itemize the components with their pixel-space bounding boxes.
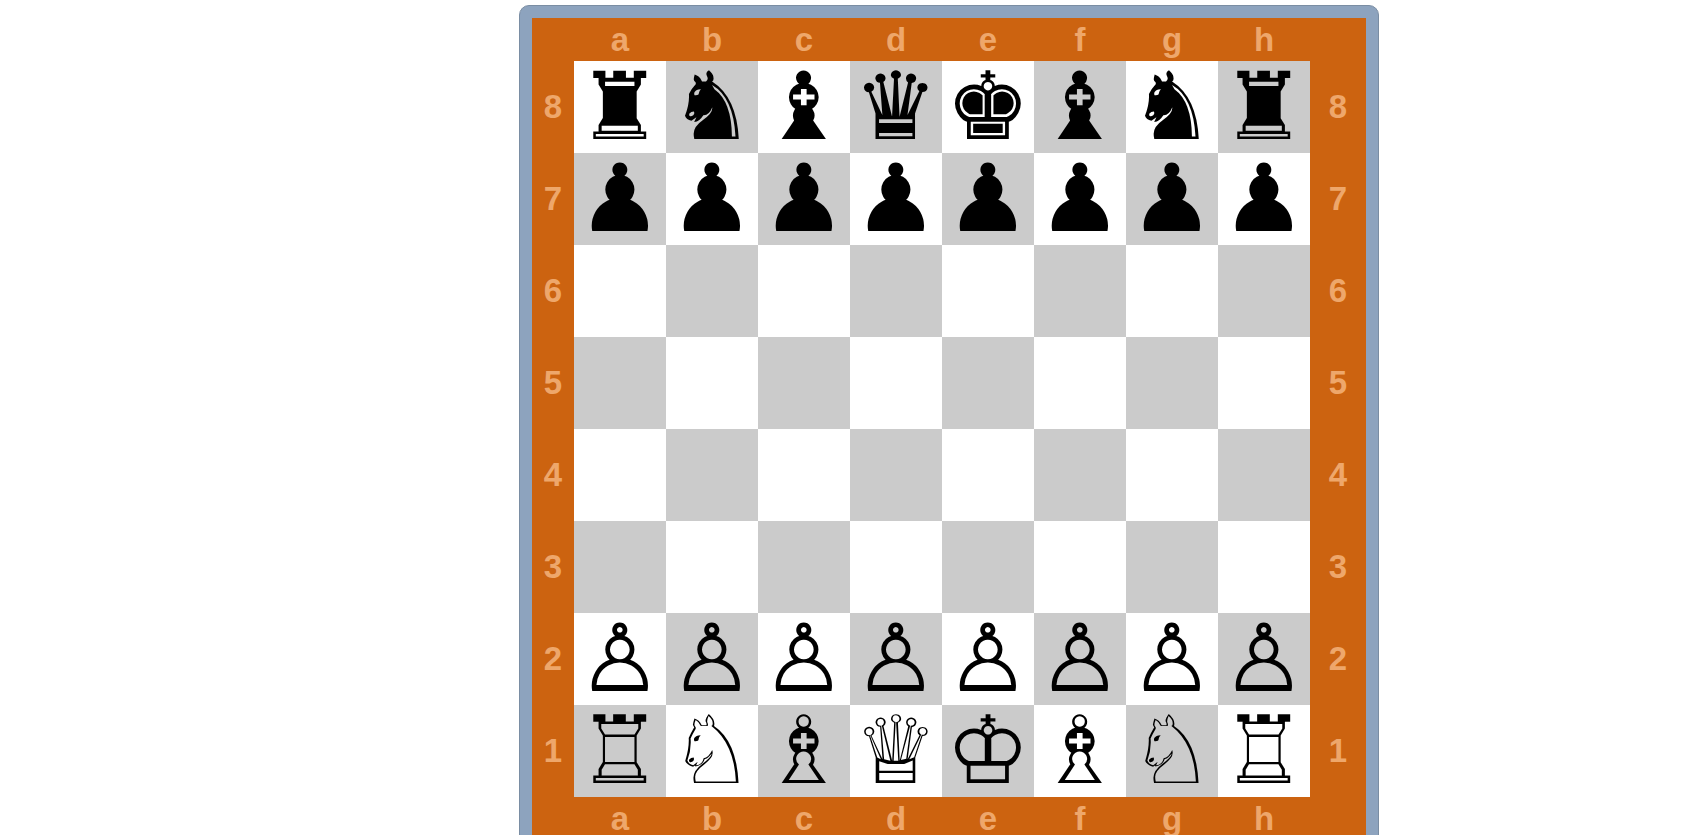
square-h8[interactable]: ♜ — [1218, 61, 1310, 153]
square-d3[interactable] — [850, 521, 942, 613]
piece-black-bishop[interactable]: ♝ — [762, 61, 846, 153]
square-h6[interactable] — [1218, 245, 1310, 337]
rank-label-1: 1 — [1310, 705, 1366, 797]
page: a b c d e f g h 8 7 6 5 4 3 2 1 — [0, 0, 1683, 835]
file-labels-bottom: a b c d e f g h — [574, 797, 1366, 835]
square-e6[interactable] — [942, 245, 1034, 337]
square-f5[interactable] — [1034, 337, 1126, 429]
square-a4[interactable] — [574, 429, 666, 521]
square-b8[interactable]: ♞ — [666, 61, 758, 153]
square-c3[interactable] — [758, 521, 850, 613]
square-e4[interactable] — [942, 429, 1034, 521]
square-f6[interactable] — [1034, 245, 1126, 337]
piece-black-pawn[interactable]: ♟ — [762, 153, 846, 245]
square-d2[interactable]: ♙ — [850, 613, 942, 705]
piece-black-pawn[interactable]: ♟ — [578, 153, 662, 245]
piece-white-pawn[interactable]: ♙ — [762, 613, 846, 705]
piece-black-pawn[interactable]: ♟ — [1038, 153, 1122, 245]
square-c8[interactable]: ♝ — [758, 61, 850, 153]
rank-label-6: 6 — [532, 245, 574, 337]
piece-white-rook[interactable]: ♖ — [578, 705, 662, 797]
square-a3[interactable] — [574, 521, 666, 613]
rank-label-3: 3 — [1310, 521, 1366, 613]
square-f4[interactable] — [1034, 429, 1126, 521]
file-label-d: d — [850, 797, 942, 835]
file-label-a: a — [574, 797, 666, 835]
square-e2[interactable]: ♙ — [942, 613, 1034, 705]
square-d8[interactable]: ♛ — [850, 61, 942, 153]
square-a6[interactable] — [574, 245, 666, 337]
rank-label-7: 7 — [532, 153, 574, 245]
square-b2[interactable]: ♙ — [666, 613, 758, 705]
board-border: a b c d e f g h 8 7 6 5 4 3 2 1 — [532, 18, 1366, 835]
rank-label-6: 6 — [1310, 245, 1366, 337]
square-g6[interactable] — [1126, 245, 1218, 337]
square-b3[interactable] — [666, 521, 758, 613]
square-d1[interactable]: ♕ — [850, 705, 942, 797]
square-g8[interactable]: ♞ — [1126, 61, 1218, 153]
square-a7[interactable]: ♟ — [574, 153, 666, 245]
piece-black-king[interactable]: ♚ — [946, 61, 1030, 153]
square-f8[interactable]: ♝ — [1034, 61, 1126, 153]
square-e7[interactable]: ♟ — [942, 153, 1034, 245]
rank-labels-right: 8 7 6 5 4 3 2 1 — [1310, 61, 1366, 797]
piece-white-bishop[interactable]: ♗ — [1038, 705, 1122, 797]
square-a5[interactable] — [574, 337, 666, 429]
piece-black-rook[interactable]: ♜ — [1222, 61, 1306, 153]
square-g4[interactable] — [1126, 429, 1218, 521]
square-g1[interactable]: ♘ — [1126, 705, 1218, 797]
square-a2[interactable]: ♙ — [574, 613, 666, 705]
piece-white-pawn[interactable]: ♙ — [1222, 613, 1306, 705]
square-f3[interactable] — [1034, 521, 1126, 613]
square-f1[interactable]: ♗ — [1034, 705, 1126, 797]
file-label-g: g — [1126, 797, 1218, 835]
square-d4[interactable] — [850, 429, 942, 521]
square-a1[interactable]: ♖ — [574, 705, 666, 797]
piece-white-pawn[interactable]: ♙ — [946, 613, 1030, 705]
square-d5[interactable] — [850, 337, 942, 429]
square-b4[interactable] — [666, 429, 758, 521]
piece-white-knight[interactable]: ♘ — [670, 705, 754, 797]
piece-black-pawn[interactable]: ♟ — [1222, 153, 1306, 245]
file-label-f: f — [1034, 797, 1126, 835]
piece-white-rook[interactable]: ♖ — [1222, 705, 1306, 797]
piece-black-knight[interactable]: ♞ — [1130, 61, 1214, 153]
square-c1[interactable]: ♗ — [758, 705, 850, 797]
piece-black-queen[interactable]: ♛ — [854, 61, 938, 153]
piece-black-pawn[interactable]: ♟ — [670, 153, 754, 245]
square-d6[interactable] — [850, 245, 942, 337]
rank-label-8: 8 — [1310, 61, 1366, 153]
file-label-b: b — [666, 797, 758, 835]
rank-labels-left: 8 7 6 5 4 3 2 1 — [532, 61, 574, 797]
piece-white-bishop[interactable]: ♗ — [762, 705, 846, 797]
piece-white-pawn[interactable]: ♙ — [670, 613, 754, 705]
piece-black-bishop[interactable]: ♝ — [1038, 61, 1122, 153]
rank-label-5: 5 — [532, 337, 574, 429]
square-h5[interactable] — [1218, 337, 1310, 429]
piece-white-pawn[interactable]: ♙ — [1130, 613, 1214, 705]
rank-label-2: 2 — [532, 613, 574, 705]
file-label-h: h — [1218, 797, 1310, 835]
rank-label-7: 7 — [1310, 153, 1366, 245]
piece-white-pawn[interactable]: ♙ — [854, 613, 938, 705]
square-f2[interactable]: ♙ — [1034, 613, 1126, 705]
square-g3[interactable] — [1126, 521, 1218, 613]
piece-black-pawn[interactable]: ♟ — [854, 153, 938, 245]
square-e1[interactable]: ♔ — [942, 705, 1034, 797]
square-b7[interactable]: ♟ — [666, 153, 758, 245]
square-g5[interactable] — [1126, 337, 1218, 429]
board-squares: ♜♞♝♛♚♝♞♜♟♟♟♟♟♟♟♟♙♙♙♙♙♙♙♙♖♘♗♕♔♗♘♖ — [574, 61, 1310, 797]
chess-board-frame: a b c d e f g h 8 7 6 5 4 3 2 1 — [519, 5, 1379, 835]
square-h7[interactable]: ♟ — [1218, 153, 1310, 245]
square-h3[interactable] — [1218, 521, 1310, 613]
rank-label-5: 5 — [1310, 337, 1366, 429]
square-c5[interactable] — [758, 337, 850, 429]
piece-white-king[interactable]: ♔ — [946, 705, 1030, 797]
piece-white-knight[interactable]: ♘ — [1130, 705, 1214, 797]
square-a8[interactable]: ♜ — [574, 61, 666, 153]
square-b6[interactable] — [666, 245, 758, 337]
square-b5[interactable] — [666, 337, 758, 429]
rank-label-8: 8 — [532, 61, 574, 153]
square-c7[interactable]: ♟ — [758, 153, 850, 245]
file-label-c: c — [758, 797, 850, 835]
piece-white-pawn[interactable]: ♙ — [1038, 613, 1122, 705]
square-c2[interactable]: ♙ — [758, 613, 850, 705]
rank-label-4: 4 — [1310, 429, 1366, 521]
square-e8[interactable]: ♚ — [942, 61, 1034, 153]
piece-white-queen[interactable]: ♕ — [854, 705, 938, 797]
square-g7[interactable]: ♟ — [1126, 153, 1218, 245]
square-e3[interactable] — [942, 521, 1034, 613]
square-d7[interactable]: ♟ — [850, 153, 942, 245]
square-b1[interactable]: ♘ — [666, 705, 758, 797]
square-c6[interactable] — [758, 245, 850, 337]
piece-black-knight[interactable]: ♞ — [670, 61, 754, 153]
square-f7[interactable]: ♟ — [1034, 153, 1126, 245]
rank-label-2: 2 — [1310, 613, 1366, 705]
rank-label-4: 4 — [532, 429, 574, 521]
file-label-e: e — [942, 797, 1034, 835]
square-g2[interactable]: ♙ — [1126, 613, 1218, 705]
square-h4[interactable] — [1218, 429, 1310, 521]
rank-label-3: 3 — [532, 521, 574, 613]
piece-black-pawn[interactable]: ♟ — [1130, 153, 1214, 245]
square-e5[interactable] — [942, 337, 1034, 429]
square-c4[interactable] — [758, 429, 850, 521]
piece-black-pawn[interactable]: ♟ — [946, 153, 1030, 245]
rank-label-1: 1 — [532, 705, 574, 797]
square-h2[interactable]: ♙ — [1218, 613, 1310, 705]
piece-black-rook[interactable]: ♜ — [578, 61, 662, 153]
piece-white-pawn[interactable]: ♙ — [578, 613, 662, 705]
square-h1[interactable]: ♖ — [1218, 705, 1310, 797]
